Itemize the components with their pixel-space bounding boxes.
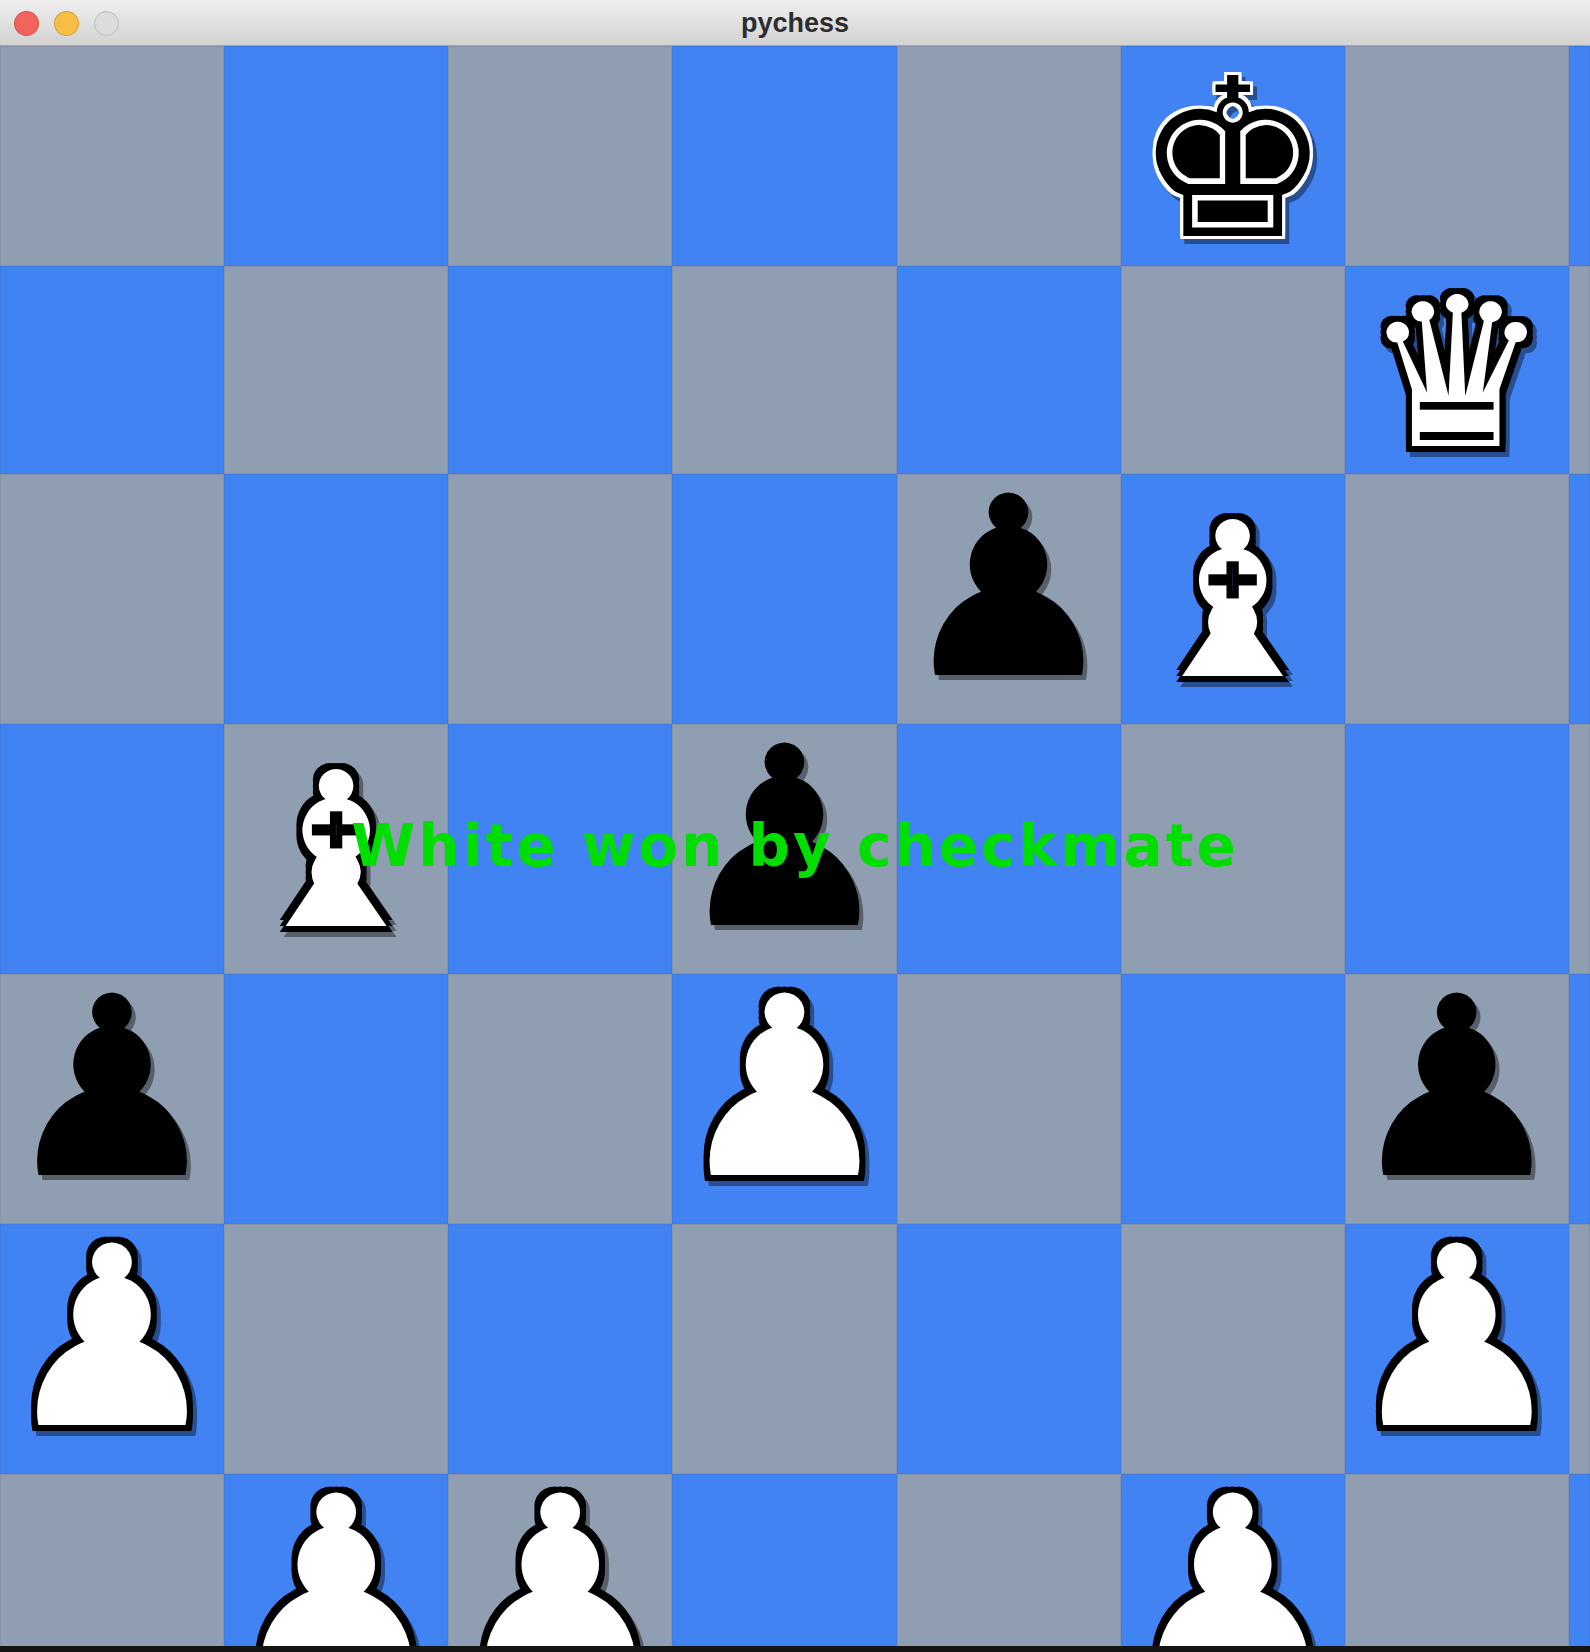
square-b4[interactable] [224,974,448,1224]
pychess-window: pychess ♚♛♟♝♝♟♟♟♟♟♟♟♟♟♜♜♚ White won by c… [0,0,1590,1652]
square-g4[interactable]: ♟ [1345,974,1569,1224]
square-e8[interactable] [897,46,1121,266]
square-h3[interactable] [1569,1224,1590,1474]
square-c3[interactable] [448,1224,672,1474]
square-c7[interactable] [448,266,672,474]
square-a7[interactable] [0,266,224,474]
square-b3[interactable] [224,1224,448,1474]
square-e4[interactable] [897,974,1121,1224]
square-d7[interactable] [672,266,896,474]
square-h8[interactable] [1569,46,1590,266]
square-f4[interactable] [1121,974,1345,1224]
square-a6[interactable] [0,474,224,724]
square-g6[interactable] [1345,474,1569,724]
window-bottom-edge [0,1646,1590,1652]
square-g8[interactable] [1345,46,1569,266]
square-a3[interactable]: ♟ [0,1224,224,1474]
piece-white-pawn-d4[interactable]: ♟ [672,964,896,1214]
piece-black-pawn-a4[interactable]: ♟ [0,964,224,1214]
square-f6[interactable]: ♝ [1121,474,1345,724]
square-f2[interactable]: ♟ [1121,1474,1345,1652]
square-h6[interactable] [1569,474,1590,724]
piece-white-pawn-a3[interactable]: ♟ [0,1214,224,1464]
square-a4[interactable]: ♟ [0,974,224,1224]
square-a8[interactable] [0,46,224,266]
piece-white-bishop-f6[interactable]: ♝ [1136,494,1329,709]
square-a2[interactable] [0,1474,224,1652]
square-d6[interactable] [672,474,896,724]
piece-white-pawn-c2[interactable]: ♟ [448,1464,672,1652]
piece-black-pawn-e6[interactable]: ♟ [897,464,1121,714]
window-title: pychess [0,0,1590,46]
square-c4[interactable] [448,974,672,1224]
square-d4[interactable]: ♟ [672,974,896,1224]
square-e3[interactable] [897,1224,1121,1474]
square-h7[interactable] [1569,266,1590,474]
piece-white-pawn-b2[interactable]: ♟ [224,1464,448,1652]
square-c8[interactable] [448,46,672,266]
square-d3[interactable] [672,1224,896,1474]
square-b7[interactable] [224,266,448,474]
status-message: White won by checkmate [0,812,1590,880]
square-b2[interactable]: ♟ [224,1474,448,1652]
square-c6[interactable] [448,474,672,724]
square-b6[interactable] [224,474,448,724]
piece-white-pawn-f2[interactable]: ♟ [1121,1464,1345,1652]
piece-white-pawn-g3[interactable]: ♟ [1345,1214,1569,1464]
square-e2[interactable] [897,1474,1121,1652]
square-d8[interactable] [672,46,896,266]
square-h4[interactable] [1569,974,1590,1224]
square-d2[interactable] [672,1474,896,1652]
square-f7[interactable] [1121,266,1345,474]
square-h2[interactable] [1569,1474,1590,1652]
square-c2[interactable]: ♟ [448,1474,672,1652]
square-g2[interactable] [1345,1474,1569,1652]
square-f8[interactable]: ♚ [1121,46,1345,266]
square-f3[interactable] [1121,1224,1345,1474]
square-g7[interactable]: ♛ [1345,266,1569,474]
square-e6[interactable]: ♟ [897,474,1121,724]
piece-black-pawn-g4[interactable]: ♟ [1345,964,1569,1214]
square-g3[interactable]: ♟ [1345,1224,1569,1474]
piece-white-queen-g7[interactable]: ♛ [1364,270,1550,478]
square-b8[interactable] [224,46,448,266]
piece-black-king-f8[interactable]: ♚ [1134,50,1331,270]
titlebar: pychess [0,0,1590,46]
